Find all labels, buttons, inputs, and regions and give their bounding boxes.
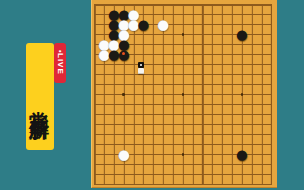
cursor-black-stone-icon — [138, 62, 144, 68]
black-stone-Q16: ● — [237, 30, 247, 40]
go-board[interactable]: ●●●●●●●●●●●●●●●●●●● — [91, 0, 277, 188]
live-badge: •LIVE — [54, 43, 67, 83]
banner-title: 常形新解 — [26, 95, 54, 107]
white-stone-H17: ● — [158, 20, 168, 30]
black-stone-D14: ● — [119, 50, 129, 60]
title-banner: 常形新解 — [26, 43, 54, 150]
cursor-white-stone-icon — [138, 68, 144, 74]
stones-grid: ●●●●●●●●●●●●●●●●●●● — [89, 0, 276, 190]
live-label: LIVE — [54, 53, 67, 75]
stone-cursor-icon — [138, 62, 144, 75]
last-move-marker — [122, 52, 125, 55]
stage: 常形新解 •LIVE ●●●●●●●●●●●●●●●●●●● — [0, 0, 304, 190]
black-stone-Q4: ● — [237, 150, 247, 160]
black-stone-F17: ● — [139, 20, 149, 30]
white-stone-D4: ● — [119, 150, 129, 160]
